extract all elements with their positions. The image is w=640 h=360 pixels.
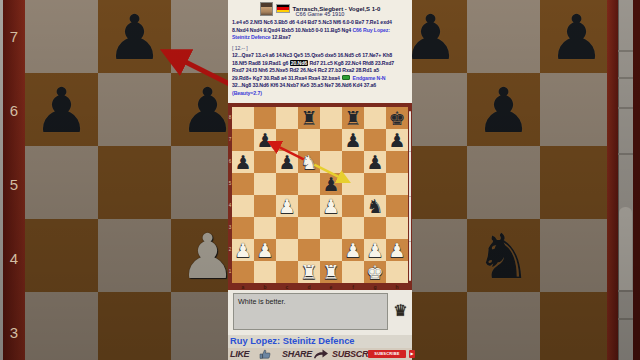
square-f3[interactable] [342, 217, 364, 239]
black-pawn-f7: ♟ [342, 129, 364, 151]
square-a6[interactable]: ♟ [232, 151, 254, 173]
square-g8[interactable] [364, 107, 386, 129]
notation-panel: Tarrasch,Siegbert - Vogel,S 1-0 C66 Game… [228, 0, 412, 103]
square-b3[interactable] [254, 217, 276, 239]
square-d7[interactable] [298, 129, 320, 151]
opening-name: Ruy Lopez: Steinitz Defence [228, 335, 412, 348]
background-square [540, 0, 613, 73]
black-pawn-a6: ♟ [232, 151, 254, 173]
background-square [25, 73, 98, 146]
square-a4[interactable] [232, 195, 254, 217]
square-d5[interactable] [298, 173, 320, 195]
background-square [412, 219, 467, 292]
background-square [467, 0, 540, 73]
white-knight-d6: ♞ [298, 151, 320, 173]
square-c3[interactable] [276, 217, 298, 239]
black-pawn-c6: ♟ [276, 151, 298, 173]
square-d8[interactable]: ♜ [298, 107, 320, 129]
background-square [540, 292, 613, 360]
background-square [412, 73, 467, 146]
background-scrollbar [618, 0, 633, 360]
evaluation-panel: White is better. ♛ [228, 290, 412, 335]
square-d2[interactable] [298, 239, 320, 261]
square-f1[interactable] [342, 261, 364, 283]
background-square [98, 0, 171, 73]
move-list[interactable]: 1.e4 e5 2.Nf3 Nc6 3.Bb5 d6 4.d4 Bd7 5.Nc… [232, 19, 409, 97]
square-e2[interactable] [320, 239, 342, 261]
black-pawn-b7: ♟ [254, 129, 276, 151]
square-f4[interactable] [342, 195, 364, 217]
white-pawn-f2: ♟ [342, 239, 364, 261]
background-square [171, 0, 228, 73]
like-button[interactable]: LIKE [230, 348, 249, 360]
white-rook-d1: ♜ [298, 261, 320, 283]
white-rook-e1: ♜ [320, 261, 342, 283]
black-pawn-h7: ♟ [386, 129, 408, 151]
square-a7[interactable] [232, 129, 254, 151]
background-square [467, 146, 540, 219]
share-button[interactable]: SHARE [282, 348, 312, 360]
black-knight-g4: ♞ [364, 195, 386, 217]
background-rank-label: 7 [5, 28, 23, 45]
screenshot-root: ♟♟♟♟76543 ♟♟♟♞ Tarrasch,Siegbert - Vogel… [0, 0, 640, 360]
square-a2[interactable]: ♟ [232, 239, 254, 261]
square-c1[interactable] [276, 261, 298, 283]
square-a5[interactable] [232, 173, 254, 195]
white-king-g1: ♚ [364, 261, 386, 283]
pondering-queen-icon: ♛ [391, 299, 410, 323]
square-b7[interactable]: ♟ [254, 129, 276, 151]
square-e8[interactable] [320, 107, 342, 129]
black-pawn-g6: ♟ [364, 151, 386, 173]
background-rank-label: 5 [5, 176, 23, 193]
board-grid[interactable]: ♜♜♚♟♟♟♟♟♞♟♟♟♟♞♟♟♟♟♟♜♜♚ [232, 107, 408, 283]
square-h3[interactable] [386, 217, 408, 239]
background-board-left: ♟♟♟♟76543 [0, 0, 228, 360]
square-c6[interactable]: ♟ [276, 151, 298, 173]
square-b2[interactable]: ♟ [254, 239, 276, 261]
background-square [98, 292, 171, 360]
social-bar: LIKE SHARE SUBSCRIBE SUBSCRIBE ▶ [228, 348, 412, 360]
background-square [98, 73, 171, 146]
background-square [412, 0, 467, 73]
background-square [540, 146, 613, 219]
background-rank-label: 6 [5, 102, 23, 119]
background-square [412, 292, 467, 360]
notation-line[interactable]: [ 12.-- ] [232, 45, 409, 53]
background-square [171, 73, 228, 146]
notation-line[interactable]: 32...Ng8 33.Nd6 Kf6 34.Nxb7 Ke5 35.a5 Ne… [232, 82, 409, 90]
black-king-h8: ♚ [386, 107, 408, 129]
square-b5[interactable] [254, 173, 276, 195]
square-g6[interactable]: ♟ [364, 151, 386, 173]
black-pawn-e5: ♟ [320, 173, 342, 195]
notation-line[interactable]: 18.Nf5 Rad8 19.Rad1 g6 20.Nd6 Rd7 21.c5 … [232, 60, 409, 68]
game-event: C66 Game 45 1910 [228, 11, 412, 17]
square-g3[interactable] [364, 217, 386, 239]
background-rank-label: 3 [5, 324, 23, 341]
square-h5[interactable] [386, 173, 408, 195]
square-g5[interactable] [364, 173, 386, 195]
square-c2[interactable] [276, 239, 298, 261]
background-square [25, 292, 98, 360]
notation-line[interactable]: 1.e4 e5 2.Nf3 Nc6 3.Bb5 d6 4.d4 Bd7 5.Nc… [232, 19, 409, 27]
square-h8[interactable]: ♚ [386, 107, 408, 129]
background-rank-label: 4 [5, 250, 23, 267]
square-h4[interactable] [386, 195, 408, 217]
background-board-right: ♟♟♟♞ [412, 0, 640, 360]
square-e7[interactable] [320, 129, 342, 151]
square-h1[interactable] [386, 261, 408, 283]
square-a8[interactable] [232, 107, 254, 129]
share-arrow-icon[interactable] [314, 349, 329, 359]
notation-line[interactable]: (Beauty=2.7) [232, 90, 409, 98]
notation-line[interactable]: 12...Qxe7 13.c4 a6 14.Nc3 Qe5 15.Qxe5 dx… [232, 52, 409, 60]
white-pawn-g2: ♟ [364, 239, 386, 261]
notation-line[interactable]: Rxd7 24.f3 Nh6 25.Nxe5 Rd2 26.Nc4 Rc2 27… [232, 67, 409, 75]
white-pawn-e4: ♟ [320, 195, 342, 217]
evaluation-text: White is better. [238, 297, 286, 306]
endgame-classifier-icon [342, 75, 350, 80]
square-g1[interactable]: ♚ [364, 261, 386, 283]
square-h6[interactable] [386, 151, 408, 173]
square-b1[interactable] [254, 261, 276, 283]
square-e6[interactable] [320, 151, 342, 173]
video-panel: Tarrasch,Siegbert - Vogel,S 1-0 C66 Game… [228, 0, 412, 360]
square-d4[interactable] [298, 195, 320, 217]
square-h2[interactable]: ♟ [386, 239, 408, 261]
square-a3[interactable] [232, 217, 254, 239]
background-square [540, 219, 613, 292]
background-square [540, 73, 613, 146]
square-c8[interactable] [276, 107, 298, 129]
square-a1[interactable] [232, 261, 254, 283]
background-square [25, 0, 98, 73]
black-rook-f8: ♜ [342, 107, 364, 129]
square-h7[interactable]: ♟ [386, 129, 408, 151]
background-square [467, 73, 540, 146]
background-square [171, 146, 228, 219]
square-d3[interactable] [298, 217, 320, 239]
notation-line[interactable]: Steinitz Defence 12.Bxe7 [232, 34, 409, 42]
square-e5[interactable]: ♟ [320, 173, 342, 195]
square-b4[interactable] [254, 195, 276, 217]
subscribe-button[interactable]: SUBSCRIBE [368, 350, 406, 358]
square-d1[interactable]: ♜ [298, 261, 320, 283]
background-scrollbar-thumb [619, 207, 632, 290]
square-f7[interactable]: ♟ [342, 129, 364, 151]
evaluation-box: White is better. [233, 293, 388, 330]
background-square [467, 219, 540, 292]
background-square [98, 146, 171, 219]
background-square [171, 292, 228, 360]
white-pawn-b2: ♟ [254, 239, 276, 261]
background-square [171, 219, 228, 292]
square-f5[interactable] [342, 173, 364, 195]
square-c7[interactable] [276, 129, 298, 151]
square-d6[interactable]: ♞ [298, 151, 320, 173]
square-g7[interactable] [364, 129, 386, 151]
youtube-icon[interactable]: ▶ [409, 350, 415, 358]
background-square [412, 146, 467, 219]
square-e3[interactable] [320, 217, 342, 239]
black-rook-d8: ♜ [298, 107, 320, 129]
square-b8[interactable] [254, 107, 276, 129]
square-e1[interactable]: ♜ [320, 261, 342, 283]
square-c4[interactable]: ♟ [276, 195, 298, 217]
chess-board: 87654321 ♜♜♚♟♟♟♟♟♞♟♟♟♟♞♟♟♟♟♟♜♜♚ abcdefgh [228, 103, 412, 290]
notation-line[interactable]: 8.Nxd4 Nxd4 9.Qxd4 Bxb5 10.Nxb5 0-0 11.B… [232, 27, 409, 35]
square-g2[interactable]: ♟ [364, 239, 386, 261]
background-square [25, 219, 98, 292]
square-f8[interactable]: ♜ [342, 107, 364, 129]
background-square [98, 219, 171, 292]
notation-line[interactable]: 29.Rd8+ Kg7 30.Ra8 a4 31.Rxa4 Rxa4 32.bx… [232, 75, 409, 83]
square-e4[interactable]: ♟ [320, 195, 342, 217]
board-scrollbar[interactable] [409, 111, 412, 281]
square-b6[interactable] [254, 151, 276, 173]
square-g4[interactable]: ♞ [364, 195, 386, 217]
white-pawn-h2: ♟ [386, 239, 408, 261]
background-edge-dark [633, 0, 640, 360]
background-square [467, 292, 540, 360]
square-f2[interactable]: ♟ [342, 239, 364, 261]
white-pawn-a2: ♟ [232, 239, 254, 261]
thumbs-up-icon[interactable] [259, 349, 272, 359]
square-c5[interactable] [276, 173, 298, 195]
background-square [25, 146, 98, 219]
square-f6[interactable] [342, 151, 364, 173]
current-move: 20.Nd6 [290, 60, 308, 66]
white-pawn-c4: ♟ [276, 195, 298, 217]
